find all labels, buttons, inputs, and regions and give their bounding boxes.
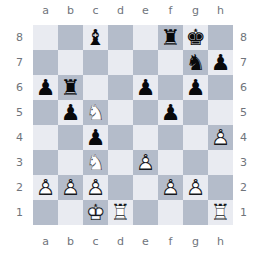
piece-black-bishop-c8[interactable]: ♝ (83, 25, 108, 50)
square-a3[interactable] (33, 150, 58, 175)
piece-white-rook-h1[interactable]: ♜♖ (208, 200, 233, 225)
square-d2[interactable] (108, 175, 133, 200)
square-e6[interactable]: ♟ (133, 75, 158, 100)
black-piece-glyph: ♟ (183, 75, 208, 100)
file-label-top-b: b (58, 2, 83, 20)
black-piece-glyph: ♟ (58, 100, 83, 125)
square-e3[interactable]: ♟♙ (133, 150, 158, 175)
file-label-bottom-f: f (158, 233, 183, 251)
black-piece-glyph: ♞ (183, 50, 208, 75)
rank-labels-left: 87654321 (0, 25, 26, 225)
file-label-bottom-b: b (58, 233, 83, 251)
square-f1[interactable] (158, 200, 183, 225)
rank-label-left-4: 4 (0, 125, 26, 150)
square-d7[interactable] (108, 50, 133, 75)
black-piece-glyph: ♟ (33, 75, 58, 100)
square-g7[interactable]: ♞ (183, 50, 208, 75)
piece-white-knight-c3[interactable]: ♞♘ (83, 150, 108, 175)
piece-black-pawn-f5[interactable]: ♟ (158, 100, 183, 125)
rank-label-right-8: 8 (237, 25, 263, 50)
piece-black-pawn-h7[interactable]: ♟ (208, 50, 233, 75)
square-a6[interactable]: ♟ (33, 75, 58, 100)
square-h6[interactable] (208, 75, 233, 100)
square-f5[interactable]: ♟ (158, 100, 183, 125)
white-piece-outline: ♙ (133, 150, 158, 175)
piece-white-pawn-f2[interactable]: ♟♙ (158, 175, 183, 200)
rank-label-right-4: 4 (237, 125, 263, 150)
file-label-top-c: c (83, 2, 108, 20)
black-piece-glyph: ♚ (183, 25, 208, 50)
square-b1[interactable] (58, 200, 83, 225)
square-g8[interactable]: ♚ (183, 25, 208, 50)
file-label-top-f: f (158, 2, 183, 20)
white-piece-outline: ♙ (183, 175, 208, 200)
square-a1[interactable] (33, 200, 58, 225)
white-piece-outline: ♙ (83, 175, 108, 200)
square-c7[interactable] (83, 50, 108, 75)
piece-white-knight-c5[interactable]: ♞♘ (83, 100, 108, 125)
rank-label-left-2: 2 (0, 175, 26, 200)
square-a4[interactable] (33, 125, 58, 150)
rank-label-left-7: 7 (0, 50, 26, 75)
square-b8[interactable] (58, 25, 83, 50)
square-a5[interactable] (33, 100, 58, 125)
square-e5[interactable] (133, 100, 158, 125)
chess-diagram: abcdefgh abcdefgh 87654321 87654321 ♝♜♚♞… (0, 0, 265, 259)
square-c6[interactable] (83, 75, 108, 100)
file-label-top-d: d (108, 2, 133, 20)
square-b6[interactable]: ♜ (58, 75, 83, 100)
piece-black-pawn-e6[interactable]: ♟ (133, 75, 158, 100)
square-b4[interactable] (58, 125, 83, 150)
square-d5[interactable] (108, 100, 133, 125)
file-label-bottom-c: c (83, 233, 108, 251)
rank-label-left-5: 5 (0, 100, 26, 125)
piece-black-rook-b6[interactable]: ♜ (58, 75, 83, 100)
rank-labels-right: 87654321 (237, 25, 263, 225)
square-h8[interactable] (208, 25, 233, 50)
piece-black-pawn-a6[interactable]: ♟ (33, 75, 58, 100)
rank-label-right-3: 3 (237, 150, 263, 175)
file-label-top-a: a (33, 2, 58, 20)
black-piece-glyph: ♟ (133, 75, 158, 100)
square-g4[interactable] (183, 125, 208, 150)
white-piece-outline: ♙ (33, 175, 58, 200)
square-e8[interactable] (133, 25, 158, 50)
square-a2[interactable]: ♟♙ (33, 175, 58, 200)
black-piece-glyph: ♜ (58, 75, 83, 100)
white-piece-outline: ♖ (108, 200, 133, 225)
white-piece-outline: ♔ (83, 200, 108, 225)
square-c4[interactable]: ♟ (83, 125, 108, 150)
square-g3[interactable] (183, 150, 208, 175)
rank-label-left-3: 3 (0, 150, 26, 175)
square-h3[interactable] (208, 150, 233, 175)
file-label-top-h: h (208, 2, 233, 20)
piece-black-king-g8[interactable]: ♚ (183, 25, 208, 50)
square-e7[interactable] (133, 50, 158, 75)
piece-black-rook-f8[interactable]: ♜ (158, 25, 183, 50)
square-d6[interactable] (108, 75, 133, 100)
white-piece-outline: ♘ (83, 150, 108, 175)
rank-label-right-1: 1 (237, 200, 263, 225)
square-c3[interactable]: ♞♘ (83, 150, 108, 175)
white-piece-outline: ♙ (58, 175, 83, 200)
rank-label-right-6: 6 (237, 75, 263, 100)
square-c2[interactable]: ♟♙ (83, 175, 108, 200)
square-h4[interactable]: ♟♙ (208, 125, 233, 150)
piece-white-pawn-b2[interactable]: ♟♙ (58, 175, 83, 200)
piece-white-pawn-c2[interactable]: ♟♙ (83, 175, 108, 200)
square-f7[interactable] (158, 50, 183, 75)
square-c8[interactable]: ♝ (83, 25, 108, 50)
file-label-bottom-a: a (33, 233, 58, 251)
square-b3[interactable] (58, 150, 83, 175)
square-b2[interactable]: ♟♙ (58, 175, 83, 200)
piece-white-pawn-e3[interactable]: ♟♙ (133, 150, 158, 175)
square-d8[interactable] (108, 25, 133, 50)
square-c5[interactable]: ♞♘ (83, 100, 108, 125)
file-labels-bottom: abcdefgh (33, 233, 233, 251)
square-b7[interactable] (58, 50, 83, 75)
square-g1[interactable] (183, 200, 208, 225)
piece-black-pawn-b5[interactable]: ♟ (58, 100, 83, 125)
square-e4[interactable] (133, 125, 158, 150)
piece-white-pawn-a2[interactable]: ♟♙ (33, 175, 58, 200)
piece-black-knight-g7[interactable]: ♞ (183, 50, 208, 75)
rank-label-left-6: 6 (0, 75, 26, 100)
square-h7[interactable]: ♟ (208, 50, 233, 75)
file-label-top-g: g (183, 2, 208, 20)
file-label-top-e: e (133, 2, 158, 20)
square-c1[interactable]: ♚♔ (83, 200, 108, 225)
file-label-bottom-e: e (133, 233, 158, 251)
square-h2[interactable] (208, 175, 233, 200)
square-g5[interactable] (183, 100, 208, 125)
piece-white-king-c1[interactable]: ♚♔ (83, 200, 108, 225)
square-d1[interactable]: ♜♖ (108, 200, 133, 225)
black-piece-glyph: ♟ (208, 50, 233, 75)
rank-label-right-7: 7 (237, 50, 263, 75)
square-a8[interactable] (33, 25, 58, 50)
square-e1[interactable] (133, 200, 158, 225)
square-f4[interactable] (158, 125, 183, 150)
chess-board: ♝♜♚♞♟♟♜♟♟♟♞♘♟♟♟♙♞♘♟♙♟♙♟♙♟♙♟♙♟♙♚♔♜♖♜♖ (33, 25, 233, 225)
rank-label-right-2: 2 (237, 175, 263, 200)
square-a7[interactable] (33, 50, 58, 75)
square-f8[interactable]: ♜ (158, 25, 183, 50)
rank-label-left-1: 1 (0, 200, 26, 225)
white-piece-outline: ♘ (83, 100, 108, 125)
square-g6[interactable]: ♟ (183, 75, 208, 100)
square-d4[interactable] (108, 125, 133, 150)
square-g2[interactable]: ♟♙ (183, 175, 208, 200)
white-piece-outline: ♙ (208, 125, 233, 150)
file-label-bottom-g: g (183, 233, 208, 251)
square-d3[interactable] (108, 150, 133, 175)
rank-label-left-8: 8 (0, 25, 26, 50)
square-f2[interactable]: ♟♙ (158, 175, 183, 200)
black-piece-glyph: ♝ (83, 25, 108, 50)
white-piece-outline: ♖ (208, 200, 233, 225)
piece-black-pawn-g6[interactable]: ♟ (183, 75, 208, 100)
black-piece-glyph: ♟ (83, 125, 108, 150)
square-h5[interactable] (208, 100, 233, 125)
file-label-bottom-h: h (208, 233, 233, 251)
white-piece-outline: ♙ (158, 175, 183, 200)
square-b5[interactable]: ♟ (58, 100, 83, 125)
piece-white-rook-d1[interactable]: ♜♖ (108, 200, 133, 225)
file-labels-top: abcdefgh (33, 2, 233, 20)
square-e2[interactable] (133, 175, 158, 200)
square-f6[interactable] (158, 75, 183, 100)
square-h1[interactable]: ♜♖ (208, 200, 233, 225)
piece-white-pawn-g2[interactable]: ♟♙ (183, 175, 208, 200)
piece-black-pawn-c4[interactable]: ♟ (83, 125, 108, 150)
black-piece-glyph: ♟ (158, 100, 183, 125)
piece-white-pawn-h4[interactable]: ♟♙ (208, 125, 233, 150)
black-piece-glyph: ♜ (158, 25, 183, 50)
file-label-bottom-d: d (108, 233, 133, 251)
square-f3[interactable] (158, 150, 183, 175)
rank-label-right-5: 5 (237, 100, 263, 125)
